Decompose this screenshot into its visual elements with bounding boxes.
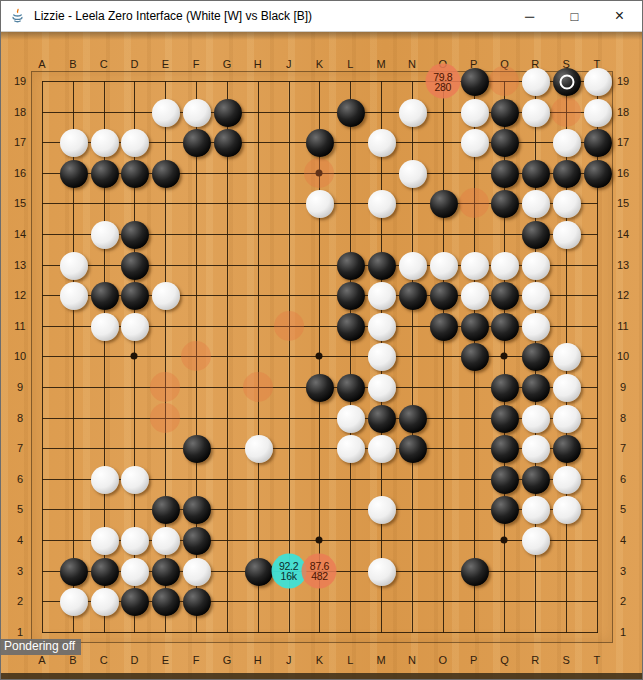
black-stone-R16[interactable] xyxy=(522,160,550,188)
black-stone-R14[interactable] xyxy=(522,221,550,249)
black-stone-B3[interactable] xyxy=(60,558,88,586)
faint-suggestion-circle[interactable] xyxy=(551,97,581,127)
white-stone-M15[interactable] xyxy=(368,190,396,218)
faint-suggestion-circle[interactable] xyxy=(304,158,334,188)
white-stone-P18[interactable] xyxy=(461,99,489,127)
coord-label-left: 19 xyxy=(14,75,26,87)
black-stone-D13[interactable] xyxy=(121,252,149,280)
coord-label-right: 3 xyxy=(620,565,626,577)
coord-label-bottom: A xyxy=(38,654,45,666)
faint-suggestion-circle[interactable] xyxy=(489,66,519,96)
white-stone-M3[interactable] xyxy=(368,558,396,586)
black-stone-Q15[interactable] xyxy=(491,190,519,218)
black-stone-P11[interactable] xyxy=(461,313,489,341)
coord-label-bottom: T xyxy=(594,654,601,666)
coord-label-left: 11 xyxy=(14,320,25,332)
suggestion-winrate: 92.2 xyxy=(279,561,298,571)
black-stone-N8[interactable] xyxy=(399,405,427,433)
star-point xyxy=(316,537,323,544)
coord-label-right: 14 xyxy=(617,228,629,240)
coord-label-top: E xyxy=(162,58,169,70)
black-stone-S16[interactable] xyxy=(553,160,581,188)
white-stone-E4[interactable] xyxy=(152,527,180,555)
black-stone-P10[interactable] xyxy=(461,343,489,371)
coord-label-top: J xyxy=(286,58,292,70)
white-stone-S9[interactable] xyxy=(553,374,581,402)
black-stone-F7[interactable] xyxy=(183,435,211,463)
white-stone-F18[interactable] xyxy=(183,99,211,127)
black-stone-T16[interactable] xyxy=(584,160,612,188)
black-stone-C16[interactable] xyxy=(91,160,119,188)
coord-label-bottom: O xyxy=(439,654,448,666)
coord-label-bottom: N xyxy=(408,654,416,666)
black-stone-L13[interactable] xyxy=(337,252,365,280)
coord-label-right: 2 xyxy=(620,595,626,607)
coord-label-left: 9 xyxy=(17,381,23,393)
coord-label-bottom: L xyxy=(347,654,353,666)
coord-label-top: G xyxy=(223,58,232,70)
coord-label-left: 18 xyxy=(14,106,26,118)
black-stone-L12[interactable] xyxy=(337,282,365,310)
white-stone-P12[interactable] xyxy=(461,282,489,310)
coord-label-right: 16 xyxy=(617,167,629,179)
faint-suggestion-circle[interactable] xyxy=(181,341,211,371)
black-stone-D12[interactable] xyxy=(121,282,149,310)
coord-label-bottom: M xyxy=(377,654,386,666)
black-stone-C12[interactable] xyxy=(91,282,119,310)
black-stone-F4[interactable] xyxy=(183,527,211,555)
black-stone-D2[interactable] xyxy=(121,588,149,616)
black-stone-F17[interactable] xyxy=(183,129,211,157)
black-stone-F2[interactable] xyxy=(183,588,211,616)
black-stone-Q5[interactable] xyxy=(491,496,519,524)
suggestion-winrate: 87.6 xyxy=(310,561,329,571)
white-stone-S14[interactable] xyxy=(553,221,581,249)
black-stone-O12[interactable] xyxy=(430,282,458,310)
white-stone-H7[interactable] xyxy=(245,435,273,463)
coord-label-left: 16 xyxy=(14,167,26,179)
black-stone-F5[interactable] xyxy=(183,496,211,524)
white-stone-S8[interactable] xyxy=(553,405,581,433)
coord-label-bottom: Q xyxy=(500,654,509,666)
coord-label-bottom: H xyxy=(254,654,262,666)
white-stone-T19[interactable] xyxy=(584,68,612,96)
pondering-status: Pondering off xyxy=(1,639,81,655)
star-point xyxy=(501,353,508,360)
black-stone-R10[interactable] xyxy=(522,343,550,371)
close-button[interactable]: × xyxy=(597,1,642,31)
coord-label-top: F xyxy=(193,58,200,70)
black-stone-G18[interactable] xyxy=(214,99,242,127)
candidate-move-suggestion[interactable]: 79.8280 xyxy=(425,64,460,99)
lizzie-window: Lizzie - Leela Zero Interface (White [W]… xyxy=(0,0,643,680)
goban[interactable]: AABBCCDDEEFFGGHHJJKKLLMMNNOOPPQQRRSSTT19… xyxy=(1,1,642,679)
white-stone-T18[interactable] xyxy=(584,99,612,127)
maximize-button[interactable]: □ xyxy=(552,1,597,31)
coord-label-bottom: B xyxy=(69,654,76,666)
white-stone-M11[interactable] xyxy=(368,313,396,341)
white-stone-M17[interactable] xyxy=(368,129,396,157)
coord-label-left: 2 xyxy=(17,595,23,607)
black-stone-R6[interactable] xyxy=(522,466,550,494)
coord-label-left: 10 xyxy=(14,350,26,362)
white-stone-R18[interactable] xyxy=(522,99,550,127)
white-stone-S10[interactable] xyxy=(553,343,581,371)
coord-label-right: 12 xyxy=(617,289,629,301)
coord-label-left: 17 xyxy=(14,136,26,148)
black-stone-B16[interactable] xyxy=(60,160,88,188)
white-stone-R4[interactable] xyxy=(522,527,550,555)
white-stone-K15[interactable] xyxy=(306,190,334,218)
faint-suggestion-circle[interactable] xyxy=(243,372,273,402)
white-stone-R15[interactable] xyxy=(522,190,550,218)
coord-label-top: M xyxy=(377,58,386,70)
coord-label-bottom: E xyxy=(162,654,169,666)
coord-label-top: A xyxy=(38,58,45,70)
black-stone-Q8[interactable] xyxy=(491,405,519,433)
coord-label-right: 4 xyxy=(620,534,626,546)
coord-label-left: 5 xyxy=(17,503,23,515)
white-stone-O13[interactable] xyxy=(430,252,458,280)
black-stone-Q6[interactable] xyxy=(491,466,519,494)
black-stone-O11[interactable] xyxy=(430,313,458,341)
faint-suggestion-circle[interactable] xyxy=(150,403,180,433)
coord-label-top: D xyxy=(131,58,139,70)
black-stone-Q17[interactable] xyxy=(491,129,519,157)
black-stone-Q12[interactable] xyxy=(491,282,519,310)
coord-label-bottom: J xyxy=(286,654,292,666)
white-stone-D17[interactable] xyxy=(121,129,149,157)
white-stone-D6[interactable] xyxy=(121,466,149,494)
coord-label-right: 13 xyxy=(617,259,629,271)
coord-label-left: 7 xyxy=(17,442,23,454)
white-stone-E12[interactable] xyxy=(152,282,180,310)
coord-label-right: 9 xyxy=(620,381,626,393)
black-stone-T17[interactable] xyxy=(584,129,612,157)
black-stone-Q16[interactable] xyxy=(491,160,519,188)
coord-label-left: 4 xyxy=(17,534,23,546)
white-stone-R12[interactable] xyxy=(522,282,550,310)
window-controls: ─ □ × xyxy=(507,1,642,31)
white-stone-R7[interactable] xyxy=(522,435,550,463)
white-stone-S6[interactable] xyxy=(553,466,581,494)
white-stone-R19[interactable] xyxy=(522,68,550,96)
white-stone-D4[interactable] xyxy=(121,527,149,555)
white-stone-F3[interactable] xyxy=(183,558,211,586)
coord-label-top: H xyxy=(254,58,262,70)
coord-label-left: 14 xyxy=(14,228,26,240)
black-stone-H3[interactable] xyxy=(245,558,273,586)
suggestion-visits: 16k xyxy=(281,571,297,581)
black-stone-P19[interactable] xyxy=(461,68,489,96)
black-stone-N12[interactable] xyxy=(399,282,427,310)
white-stone-B13[interactable] xyxy=(60,252,88,280)
white-stone-B12[interactable] xyxy=(60,282,88,310)
coord-label-bottom: S xyxy=(562,654,569,666)
white-stone-B2[interactable] xyxy=(60,588,88,616)
faint-suggestion-circle[interactable] xyxy=(150,372,180,402)
white-stone-C2[interactable] xyxy=(91,588,119,616)
title-bar: Lizzie - Leela Zero Interface (White [W]… xyxy=(1,1,642,32)
white-stone-C4[interactable] xyxy=(91,527,119,555)
coord-label-left: 6 xyxy=(17,473,23,485)
black-stone-O15[interactable] xyxy=(430,190,458,218)
white-stone-R13[interactable] xyxy=(522,252,550,280)
coord-label-left: 13 xyxy=(14,259,26,271)
black-stone-Q11[interactable] xyxy=(491,313,519,341)
white-stone-L8[interactable] xyxy=(337,405,365,433)
white-stone-S15[interactable] xyxy=(553,190,581,218)
coord-label-right: 17 xyxy=(617,136,629,148)
white-stone-B17[interactable] xyxy=(60,129,88,157)
black-stone-K9[interactable] xyxy=(306,374,334,402)
coord-label-left: 15 xyxy=(14,197,26,209)
black-stone-C3[interactable] xyxy=(91,558,119,586)
coord-label-top: N xyxy=(408,58,416,70)
black-stone-Q18[interactable] xyxy=(491,99,519,127)
white-stone-C17[interactable] xyxy=(91,129,119,157)
white-stone-D11[interactable] xyxy=(121,313,149,341)
black-stone-S7[interactable] xyxy=(553,435,581,463)
black-stone-L11[interactable] xyxy=(337,313,365,341)
star-point xyxy=(501,537,508,544)
coord-label-right: 18 xyxy=(617,106,629,118)
white-stone-S17[interactable] xyxy=(553,129,581,157)
coord-label-right: 15 xyxy=(617,197,629,209)
black-stone-L18[interactable] xyxy=(337,99,365,127)
suggestion-visits: 280 xyxy=(434,81,451,91)
black-stone-E3[interactable] xyxy=(152,558,180,586)
white-stone-M9[interactable] xyxy=(368,374,396,402)
black-stone-G17[interactable] xyxy=(214,129,242,157)
white-stone-D3[interactable] xyxy=(121,558,149,586)
white-stone-C11[interactable] xyxy=(91,313,119,341)
black-stone-L9[interactable] xyxy=(337,374,365,402)
star-point xyxy=(131,353,138,360)
white-stone-C14[interactable] xyxy=(91,221,119,249)
minimize-button[interactable]: ─ xyxy=(507,1,552,31)
black-stone-D16[interactable] xyxy=(121,160,149,188)
coord-label-top: L xyxy=(347,58,353,70)
white-stone-L7[interactable] xyxy=(337,435,365,463)
black-stone-Q7[interactable] xyxy=(491,435,519,463)
white-stone-N18[interactable] xyxy=(399,99,427,127)
black-stone-M13[interactable] xyxy=(368,252,396,280)
white-stone-P13[interactable] xyxy=(461,252,489,280)
black-stone-N7[interactable] xyxy=(399,435,427,463)
white-stone-Q13[interactable] xyxy=(491,252,519,280)
coord-label-bottom: P xyxy=(470,654,477,666)
coord-label-top: B xyxy=(69,58,76,70)
black-stone-M8[interactable] xyxy=(368,405,396,433)
last-move-marker xyxy=(560,75,575,90)
coord-label-right: 11 xyxy=(617,320,628,332)
black-stone-E16[interactable] xyxy=(152,160,180,188)
white-stone-E18[interactable] xyxy=(152,99,180,127)
white-stone-P17[interactable] xyxy=(461,129,489,157)
coord-label-right: 6 xyxy=(620,473,626,485)
black-stone-Q9[interactable] xyxy=(491,374,519,402)
coord-label-right: 1 xyxy=(620,626,626,638)
coord-label-bottom: D xyxy=(131,654,139,666)
coord-label-right: 5 xyxy=(620,503,626,515)
coord-label-left: 1 xyxy=(17,626,23,638)
star-point xyxy=(316,353,323,360)
coord-label-right: 8 xyxy=(620,412,626,424)
coord-label-top: K xyxy=(316,58,323,70)
white-stone-M7[interactable] xyxy=(368,435,396,463)
white-stone-M12[interactable] xyxy=(368,282,396,310)
coord-label-left: 12 xyxy=(14,289,26,301)
coord-label-bottom: G xyxy=(223,654,232,666)
white-stone-N16[interactable] xyxy=(399,160,427,188)
coord-label-right: 10 xyxy=(617,350,629,362)
window-title: Lizzie - Leela Zero Interface (White [W]… xyxy=(34,9,312,23)
coord-label-top: C xyxy=(100,58,108,70)
coord-label-bottom: K xyxy=(316,654,323,666)
coord-label-left: 3 xyxy=(17,565,23,577)
black-stone-E5[interactable] xyxy=(152,496,180,524)
faint-suggestion-circle[interactable] xyxy=(274,311,304,341)
white-stone-R11[interactable] xyxy=(522,313,550,341)
white-stone-M5[interactable] xyxy=(368,496,396,524)
candidate-move-suggestion[interactable]: 87.6482 xyxy=(302,553,337,588)
white-stone-S5[interactable] xyxy=(553,496,581,524)
coord-label-right: 19 xyxy=(617,75,629,87)
white-stone-M10[interactable] xyxy=(368,343,396,371)
white-stone-R8[interactable] xyxy=(522,405,550,433)
white-stone-C6[interactable] xyxy=(91,466,119,494)
black-stone-R9[interactable] xyxy=(522,374,550,402)
coord-label-left: 8 xyxy=(17,412,23,424)
coord-label-bottom: F xyxy=(193,654,200,666)
coord-label-right: 7 xyxy=(620,442,626,454)
black-stone-D14[interactable] xyxy=(121,221,149,249)
black-stone-E2[interactable] xyxy=(152,588,180,616)
coord-label-bottom: C xyxy=(100,654,108,666)
black-stone-P3[interactable] xyxy=(461,558,489,586)
coord-label-bottom: R xyxy=(531,654,539,666)
white-stone-N13[interactable] xyxy=(399,252,427,280)
suggestion-visits: 482 xyxy=(311,571,328,581)
suggestion-winrate: 79.8 xyxy=(433,71,452,81)
black-stone-K17[interactable] xyxy=(306,129,334,157)
best-move-suggestion[interactable]: 92.216k xyxy=(271,553,306,588)
java-cup-icon xyxy=(9,8,26,25)
white-stone-R5[interactable] xyxy=(522,496,550,524)
faint-suggestion-circle[interactable] xyxy=(459,188,489,218)
